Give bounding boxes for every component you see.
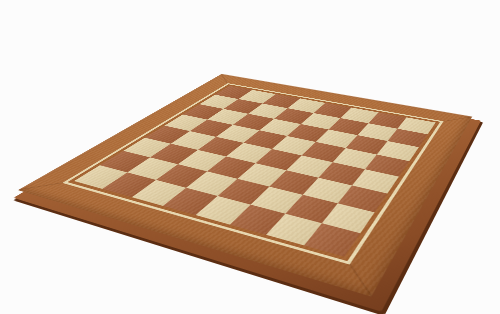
frame-miter-joint [443, 117, 472, 122]
frame-miter-joint [18, 182, 63, 190]
board-inlay-line [62, 83, 443, 264]
board-perspective-wrapper [107, 0, 437, 314]
chess-board [18, 74, 472, 297]
product-photo [0, 0, 500, 314]
frame-miter-joint [221, 74, 228, 83]
